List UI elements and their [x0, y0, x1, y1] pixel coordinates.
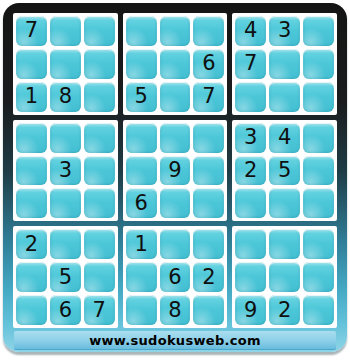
cell-r8c8[interactable]: [269, 262, 300, 292]
cell-r6c2[interactable]: [50, 188, 81, 218]
cell-r5c9[interactable]: [303, 156, 334, 186]
given-digit: 3: [278, 20, 291, 41]
box-7: 2567: [13, 226, 118, 328]
cell-r1c3[interactable]: [84, 16, 115, 46]
given-digit: 6: [202, 53, 215, 74]
box-6: 3425: [232, 120, 337, 222]
cell-r1c8[interactable]: 3: [269, 16, 300, 46]
cell-r2c1[interactable]: [16, 49, 47, 79]
cell-r1c7[interactable]: 4: [235, 16, 266, 46]
cell-r5c3[interactable]: [84, 156, 115, 186]
cell-r1c4[interactable]: [126, 16, 157, 46]
given-digit: 5: [59, 267, 72, 288]
cell-r9c2[interactable]: 6: [50, 295, 81, 325]
given-digit: 9: [168, 160, 181, 181]
cell-r3c8[interactable]: [269, 82, 300, 112]
cell-r7c4[interactable]: 1: [126, 229, 157, 259]
cell-r2c6[interactable]: 6: [193, 49, 224, 79]
cell-r9c4[interactable]: [126, 295, 157, 325]
cell-r5c7[interactable]: 2: [235, 156, 266, 186]
cell-r3c7[interactable]: [235, 82, 266, 112]
cell-r1c1[interactable]: 7: [16, 16, 47, 46]
cell-r4c1[interactable]: [16, 123, 47, 153]
cell-r8c9[interactable]: [303, 262, 334, 292]
box-1: 718: [13, 13, 118, 115]
cell-r4c4[interactable]: [126, 123, 157, 153]
cell-r4c3[interactable]: [84, 123, 115, 153]
cell-r2c8[interactable]: [269, 49, 300, 79]
cell-r3c6[interactable]: 7: [193, 82, 224, 112]
given-digit: 2: [202, 267, 215, 288]
cell-r5c1[interactable]: [16, 156, 47, 186]
board-frame: 71865743739634252567162892 www.sudokuswe…: [3, 3, 347, 352]
given-digit: 6: [59, 300, 72, 321]
cell-r1c6[interactable]: [193, 16, 224, 46]
given-digit: 9: [244, 300, 257, 321]
given-digit: 7: [244, 53, 257, 74]
cell-r6c8[interactable]: [269, 188, 300, 218]
cell-r6c5[interactable]: [160, 188, 191, 218]
cell-r3c3[interactable]: [84, 82, 115, 112]
cell-r4c6[interactable]: [193, 123, 224, 153]
cell-r2c5[interactable]: [160, 49, 191, 79]
cell-r3c9[interactable]: [303, 82, 334, 112]
given-digit: 2: [25, 234, 38, 255]
given-digit: 4: [278, 127, 291, 148]
given-digit: 1: [25, 86, 38, 107]
cell-r5c5[interactable]: 9: [160, 156, 191, 186]
cell-r2c2[interactable]: [50, 49, 81, 79]
cell-r7c3[interactable]: [84, 229, 115, 259]
cell-r2c7[interactable]: 7: [235, 49, 266, 79]
cell-r2c3[interactable]: [84, 49, 115, 79]
cell-r1c2[interactable]: [50, 16, 81, 46]
cell-r1c5[interactable]: [160, 16, 191, 46]
given-digit: 3: [244, 127, 257, 148]
cell-r6c4[interactable]: 6: [126, 188, 157, 218]
cell-r8c6[interactable]: 2: [193, 262, 224, 292]
cell-r8c2[interactable]: 5: [50, 262, 81, 292]
cell-r9c9[interactable]: [303, 295, 334, 325]
cell-r3c1[interactable]: 1: [16, 82, 47, 112]
given-digit: 6: [168, 267, 181, 288]
cell-r8c3[interactable]: [84, 262, 115, 292]
cell-r7c7[interactable]: [235, 229, 266, 259]
cell-r4c2[interactable]: [50, 123, 81, 153]
cell-r2c9[interactable]: [303, 49, 334, 79]
cell-r4c7[interactable]: 3: [235, 123, 266, 153]
given-digit: 7: [202, 86, 215, 107]
cell-r5c2[interactable]: 3: [50, 156, 81, 186]
cell-r9c3[interactable]: 7: [84, 295, 115, 325]
cell-r6c1[interactable]: [16, 188, 47, 218]
given-digit: 8: [168, 300, 181, 321]
cell-r4c5[interactable]: [160, 123, 191, 153]
cell-r7c5[interactable]: [160, 229, 191, 259]
cell-r2c4[interactable]: [126, 49, 157, 79]
cell-r4c9[interactable]: [303, 123, 334, 153]
cell-r3c2[interactable]: 8: [50, 82, 81, 112]
box-2: 657: [123, 13, 228, 115]
given-digit: 7: [93, 300, 106, 321]
given-digit: 2: [244, 160, 257, 181]
cell-r7c2[interactable]: [50, 229, 81, 259]
sudoku-puzzle-image: 71865743739634252567162892 www.sudokuswe…: [0, 0, 350, 360]
cell-r3c4[interactable]: 5: [126, 82, 157, 112]
cell-r5c4[interactable]: [126, 156, 157, 186]
cell-r9c1[interactable]: [16, 295, 47, 325]
box-8: 1628: [123, 226, 228, 328]
cell-r9c5[interactable]: 8: [160, 295, 191, 325]
box-9: 92: [232, 226, 337, 328]
given-digit: 5: [278, 160, 291, 181]
box-4: 3: [13, 120, 118, 222]
cell-r6c9[interactable]: [303, 188, 334, 218]
footer-url: www.sudokusweb.com: [14, 331, 336, 350]
cell-r9c7[interactable]: 9: [235, 295, 266, 325]
cell-r9c8[interactable]: 2: [269, 295, 300, 325]
cell-r8c7[interactable]: [235, 262, 266, 292]
cell-r9c6[interactable]: [193, 295, 224, 325]
cell-r3c5[interactable]: [160, 82, 191, 112]
given-digit: 1: [134, 234, 147, 255]
cell-r6c3[interactable]: [84, 188, 115, 218]
given-digit: 3: [59, 160, 72, 181]
given-digit: 4: [244, 20, 257, 41]
cell-r8c1[interactable]: [16, 262, 47, 292]
given-digit: 7: [25, 20, 38, 41]
cell-r4c8[interactable]: 4: [269, 123, 300, 153]
box-3: 437: [232, 13, 337, 115]
cell-r7c8[interactable]: [269, 229, 300, 259]
given-digit: 2: [278, 300, 291, 321]
cell-r6c6[interactable]: [193, 188, 224, 218]
cell-r1c9[interactable]: [303, 16, 334, 46]
cell-r7c6[interactable]: [193, 229, 224, 259]
cell-r7c1[interactable]: 2: [16, 229, 47, 259]
given-digit: 8: [59, 86, 72, 107]
cell-r8c4[interactable]: [126, 262, 157, 292]
cell-r5c8[interactable]: 5: [269, 156, 300, 186]
cell-r5c6[interactable]: [193, 156, 224, 186]
cell-r6c7[interactable]: [235, 188, 266, 218]
cell-r7c9[interactable]: [303, 229, 334, 259]
box-5: 96: [123, 120, 228, 222]
given-digit: 5: [134, 86, 147, 107]
cell-r8c5[interactable]: 6: [160, 262, 191, 292]
given-digit: 6: [134, 193, 147, 214]
sudoku-grid: 71865743739634252567162892: [13, 13, 337, 328]
